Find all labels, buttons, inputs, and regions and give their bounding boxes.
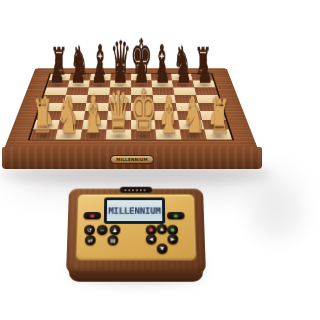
control-console: MILLENNIUM ↺ − ♟ ⇄ ▤ ● ▲ ● ◀ ▶ ▼ (66, 189, 206, 274)
piece-black-pawn[interactable]: ♟ (176, 54, 192, 88)
green-pill-button[interactable] (167, 212, 185, 219)
piece-white-knight[interactable]: ♞ (183, 91, 206, 141)
piece-white-bishop[interactable]: ♝ (157, 89, 181, 140)
red-led-icon (90, 214, 94, 217)
board-side-shadow (250, 190, 304, 238)
square-c1[interactable]: ♝ (81, 130, 107, 140)
square-b1[interactable]: ♞ (55, 130, 82, 140)
piece-white-queen[interactable]: ♛ (105, 84, 131, 140)
piece-black-pawn[interactable]: ♟ (197, 54, 213, 88)
board-grid: ♜♞♝♛♚♝♞♜♟♟♟♟♟♟♟♟♟♟♟♟♟♟♟♟♜♞♝♛♚♝♞♜ (30, 74, 232, 140)
piece-white-knight[interactable]: ♞ (56, 91, 79, 141)
up-arrow-button[interactable]: ▲ (156, 224, 167, 234)
piece-white-rook[interactable]: ♜ (209, 94, 230, 141)
pawn-button[interactable]: ♟ (110, 225, 121, 235)
left-arrow-button[interactable]: ◀ (146, 234, 157, 244)
square-h1[interactable]: ♜ (204, 130, 232, 140)
down-arrow-button[interactable]: ▼ (157, 243, 168, 253)
piece-white-king[interactable]: ♚ (130, 81, 157, 140)
piece-black-pawn[interactable]: ♟ (155, 54, 171, 88)
piece-black-pawn[interactable]: ♟ (49, 54, 65, 88)
square-g1[interactable]: ♞ (180, 130, 207, 140)
square-d1[interactable]: ♛ (106, 130, 131, 140)
piece-white-rook[interactable]: ♜ (32, 94, 53, 141)
menu-button[interactable]: ▤ (107, 235, 118, 245)
square-a1[interactable]: ♜ (30, 130, 58, 140)
product-photo-scene: ♜♞♝♛♚♝♞♜♟♟♟♟♟♟♟♟♟♟♟♟♟♟♟♟♜♞♝♛♚♝♞♜ MILLENN… (0, 0, 320, 320)
red-pill-button[interactable] (83, 212, 101, 219)
right-arrow-button[interactable]: ▶ (167, 234, 178, 244)
piece-black-pawn[interactable]: ♟ (70, 54, 86, 88)
board-plaque: MILLENNIUM (110, 155, 154, 164)
piece-white-bishop[interactable]: ♝ (81, 89, 105, 140)
chess-board: ♜♞♝♛♚♝♞♜♟♟♟♟♟♟♟♟♟♟♟♟♟♟♟♟♜♞♝♛♚♝♞♜ (4, 68, 258, 149)
lcd-display: MILLENNIUM (104, 197, 165, 223)
square-f1[interactable]: ♝ (155, 130, 181, 140)
green-led-icon (174, 214, 178, 217)
square-e1[interactable]: ♚ (131, 130, 156, 140)
lcd-text: MILLENNIUM (108, 206, 161, 215)
console-plaque (120, 187, 153, 193)
